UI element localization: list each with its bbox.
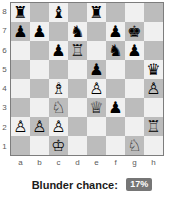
square-d7[interactable]: ♞: [68, 22, 87, 41]
square-g8[interactable]: [125, 3, 144, 22]
square-c7[interactable]: [49, 22, 68, 41]
square-a6[interactable]: [11, 41, 30, 60]
rank-label-8: 8: [0, 2, 9, 21]
file-labels: abcdefgh: [11, 157, 163, 168]
square-e6[interactable]: [87, 41, 106, 60]
black-pawn-e5[interactable]: ♟: [89, 60, 103, 79]
white-queen-e3[interactable]: ♕: [89, 98, 103, 117]
square-c6[interactable]: ♟: [49, 41, 68, 60]
square-d4[interactable]: [68, 79, 87, 98]
chess-board: ♜♝♜♟♟♞♟♚♟♖♞♟♟♛♗♙♙♘♕♟♙♙♙♖♔♘: [10, 2, 164, 156]
square-h7[interactable]: [144, 22, 163, 41]
square-b3[interactable]: [30, 98, 49, 117]
black-bishop-c8[interactable]: ♝: [51, 3, 65, 22]
black-pawn-b7[interactable]: ♟: [32, 22, 46, 41]
square-a1[interactable]: [11, 136, 30, 155]
blunder-chance-label: Blunder chance:: [32, 179, 118, 191]
black-king-g7[interactable]: ♚: [127, 22, 141, 41]
rank-label-6: 6: [0, 41, 9, 60]
square-c3[interactable]: ♘: [49, 98, 68, 117]
square-d6[interactable]: ♖: [68, 41, 87, 60]
black-pawn-a7[interactable]: ♟: [13, 22, 27, 41]
square-a5[interactable]: [11, 60, 30, 79]
square-g3[interactable]: [125, 98, 144, 117]
black-queen-h5[interactable]: ♛: [146, 60, 160, 79]
white-bishop-c4[interactable]: ♗: [51, 79, 65, 98]
square-h1[interactable]: [144, 136, 163, 155]
square-d8[interactable]: [68, 3, 87, 22]
white-pawn-c2[interactable]: ♙: [51, 117, 65, 136]
square-e8[interactable]: ♜: [87, 3, 106, 22]
square-g7[interactable]: ♚: [125, 22, 144, 41]
blunder-chance-badge: 17%: [126, 178, 152, 191]
square-d2[interactable]: [68, 117, 87, 136]
square-g1[interactable]: ♘: [125, 136, 144, 155]
blunder-chance-row: Blunder chance: 17%: [0, 175, 184, 193]
square-d3[interactable]: [68, 98, 87, 117]
square-c1[interactable]: ♔: [49, 136, 68, 155]
rank-label-7: 7: [0, 21, 9, 40]
square-f6[interactable]: ♞: [106, 41, 125, 60]
square-c2[interactable]: ♙: [49, 117, 68, 136]
square-e1[interactable]: [87, 136, 106, 155]
white-rook-d6[interactable]: ♖: [70, 41, 84, 60]
black-pawn-g6[interactable]: ♟: [127, 41, 141, 60]
square-h6[interactable]: [144, 41, 163, 60]
white-rook-h2[interactable]: ♖: [146, 117, 160, 136]
file-label-b: b: [30, 157, 49, 168]
square-h8[interactable]: [144, 3, 163, 22]
square-g4[interactable]: [125, 79, 144, 98]
square-e2[interactable]: [87, 117, 106, 136]
square-h4[interactable]: ♙: [144, 79, 163, 98]
white-pawn-b2[interactable]: ♙: [32, 117, 46, 136]
square-f8[interactable]: [106, 3, 125, 22]
square-h3[interactable]: [144, 98, 163, 117]
file-label-d: d: [68, 157, 87, 168]
white-knight-c3[interactable]: ♘: [51, 98, 65, 117]
file-label-f: f: [106, 157, 125, 168]
square-f2[interactable]: [106, 117, 125, 136]
square-c8[interactable]: ♝: [49, 3, 68, 22]
square-f1[interactable]: [106, 136, 125, 155]
square-b8[interactable]: [30, 3, 49, 22]
square-a2[interactable]: ♙: [11, 117, 30, 136]
square-b7[interactable]: ♟: [30, 22, 49, 41]
square-h5[interactable]: ♛: [144, 60, 163, 79]
file-label-g: g: [125, 157, 144, 168]
black-rook-e8[interactable]: ♜: [89, 3, 103, 22]
square-c5[interactable]: [49, 60, 68, 79]
white-pawn-h4[interactable]: ♙: [146, 79, 160, 98]
white-king-c1[interactable]: ♔: [51, 136, 65, 155]
white-pawn-e4[interactable]: ♙: [89, 79, 103, 98]
square-b2[interactable]: ♙: [30, 117, 49, 136]
black-pawn-f3[interactable]: ♟: [108, 98, 122, 117]
square-g2[interactable]: [125, 117, 144, 136]
square-d1[interactable]: [68, 136, 87, 155]
black-pawn-c6[interactable]: ♟: [51, 41, 65, 60]
square-b5[interactable]: [30, 60, 49, 79]
square-b1[interactable]: [30, 136, 49, 155]
square-f4[interactable]: [106, 79, 125, 98]
square-a3[interactable]: [11, 98, 30, 117]
square-e3[interactable]: ♕: [87, 98, 106, 117]
black-rook-a8[interactable]: ♜: [13, 3, 27, 22]
square-f5[interactable]: [106, 60, 125, 79]
black-knight-f6[interactable]: ♞: [108, 41, 122, 60]
square-g5[interactable]: [125, 60, 144, 79]
rank-label-3: 3: [0, 98, 9, 117]
white-knight-g1[interactable]: ♘: [127, 136, 141, 155]
white-pawn-a2[interactable]: ♙: [13, 117, 27, 136]
square-b6[interactable]: [30, 41, 49, 60]
square-f7[interactable]: ♟: [106, 22, 125, 41]
square-e4[interactable]: ♙: [87, 79, 106, 98]
rank-labels: 87654321: [0, 2, 9, 156]
square-b4[interactable]: [30, 79, 49, 98]
square-h2[interactable]: ♖: [144, 117, 163, 136]
black-pawn-f7[interactable]: ♟: [108, 22, 122, 41]
square-a4[interactable]: [11, 79, 30, 98]
file-label-a: a: [11, 157, 30, 168]
square-g6[interactable]: ♟: [125, 41, 144, 60]
rank-label-2: 2: [0, 118, 9, 137]
black-knight-d7[interactable]: ♞: [70, 22, 84, 41]
square-f3[interactable]: ♟: [106, 98, 125, 117]
square-e5[interactable]: ♟: [87, 60, 106, 79]
file-label-e: e: [87, 157, 106, 168]
square-a7[interactable]: ♟: [11, 22, 30, 41]
square-a8[interactable]: ♜: [11, 3, 30, 22]
square-d5[interactable]: [68, 60, 87, 79]
rank-label-5: 5: [0, 60, 9, 79]
file-label-c: c: [49, 157, 68, 168]
rank-label-1: 1: [0, 137, 9, 156]
square-e7[interactable]: [87, 22, 106, 41]
file-label-h: h: [144, 157, 163, 168]
rank-label-4: 4: [0, 79, 9, 98]
square-c4[interactable]: ♗: [49, 79, 68, 98]
